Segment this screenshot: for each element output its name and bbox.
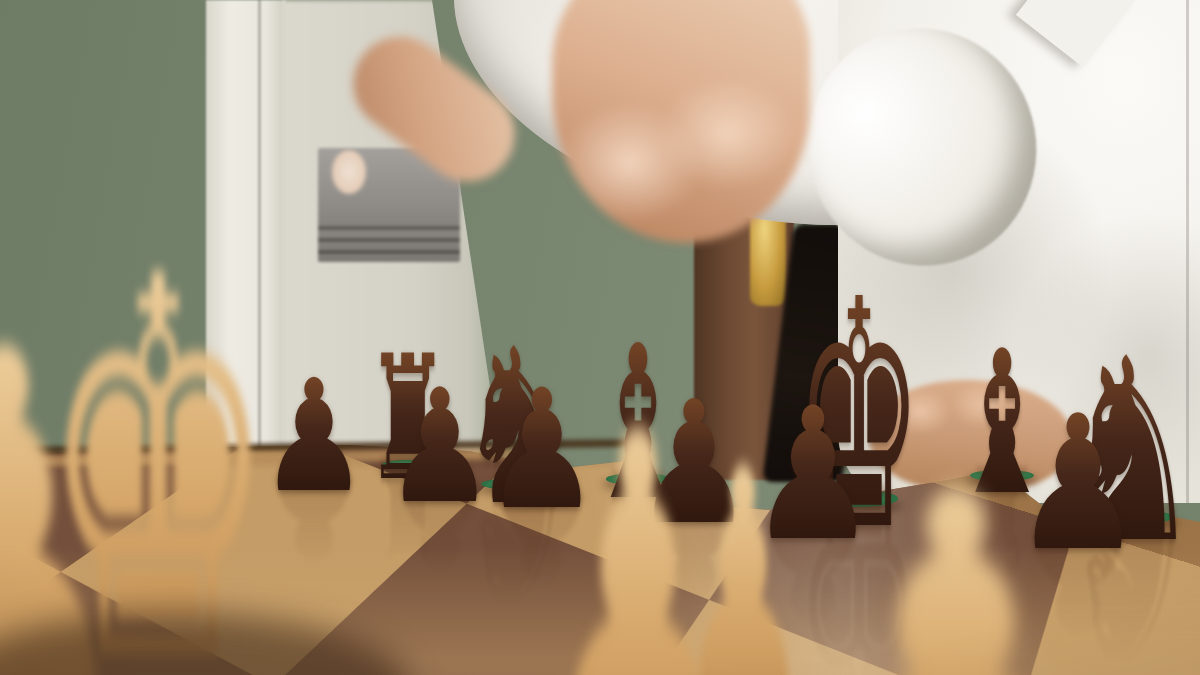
chess-game-photo: ♜♝♝♟♟♞♟♚♟♞♟♟ ♜♝♝♟♟♞♟♚♟♞♟♟ ♟♚♟♟♟ bbox=[0, 0, 1200, 675]
wall-panel-slats bbox=[318, 226, 460, 262]
fingernail-highlight bbox=[332, 150, 366, 194]
shirt-collar bbox=[1016, 0, 1135, 67]
shirt-placket-line bbox=[1186, 0, 1189, 503]
door-frame bbox=[206, 0, 286, 478]
resting-hand bbox=[870, 380, 1072, 492]
door-frame-seam bbox=[258, 0, 261, 478]
